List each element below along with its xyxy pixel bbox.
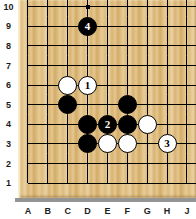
stone-black-F4[interactable] xyxy=(118,115,137,134)
column-label-A: A xyxy=(18,202,38,219)
intersection-F9[interactable] xyxy=(117,17,137,37)
intersection-J8[interactable] xyxy=(177,36,196,56)
column-label-J: J xyxy=(177,202,196,219)
intersection-C5[interactable] xyxy=(58,95,78,115)
intersection-J5[interactable] xyxy=(177,95,196,115)
intersection-D5[interactable] xyxy=(78,95,98,115)
column-label-D: D xyxy=(78,202,98,219)
intersection-C7[interactable] xyxy=(58,56,78,76)
intersection-B2[interactable] xyxy=(38,154,58,174)
intersection-E10[interactable] xyxy=(98,0,118,17)
intersection-H8[interactable] xyxy=(157,36,177,56)
intersection-F7[interactable] xyxy=(117,56,137,76)
intersection-A2[interactable] xyxy=(18,154,38,174)
intersection-D9[interactable]: 4 xyxy=(78,17,98,37)
intersection-J7[interactable] xyxy=(177,56,196,76)
intersection-F1[interactable] xyxy=(117,173,137,193)
row-label-8: 8 xyxy=(0,36,17,56)
column-label-G: G xyxy=(137,202,157,219)
row-label-3: 3 xyxy=(0,134,17,154)
intersection-F2[interactable] xyxy=(117,154,137,174)
stone-white-H3[interactable]: 3 xyxy=(158,134,177,153)
stone-black-D9[interactable]: 4 xyxy=(78,17,97,36)
intersection-G8[interactable] xyxy=(137,36,157,56)
intersection-G2[interactable] xyxy=(137,154,157,174)
row-label-1: 1 xyxy=(0,173,17,193)
intersection-J10[interactable] xyxy=(177,0,196,17)
intersection-B7[interactable] xyxy=(38,56,58,76)
intersection-F6[interactable] xyxy=(117,75,137,95)
intersection-H6[interactable] xyxy=(157,75,177,95)
row-label-10: 10 xyxy=(0,0,17,17)
intersection-D2[interactable] xyxy=(78,154,98,174)
intersection-G5[interactable] xyxy=(137,95,157,115)
intersection-E6[interactable] xyxy=(98,75,118,95)
intersection-H4[interactable] xyxy=(157,115,177,135)
stone-white-D6[interactable]: 1 xyxy=(78,76,97,95)
intersection-G6[interactable] xyxy=(137,75,157,95)
intersection-J2[interactable] xyxy=(177,154,196,174)
row-coordinate-labels: 10987654321 xyxy=(0,0,17,193)
stone-white-C6[interactable] xyxy=(58,76,77,95)
intersection-A10[interactable] xyxy=(18,0,38,17)
row-label-4: 4 xyxy=(0,115,17,135)
row-label-6: 6 xyxy=(0,75,17,95)
intersection-A8[interactable] xyxy=(18,36,38,56)
intersection-C3[interactable] xyxy=(58,134,78,154)
move-number: 4 xyxy=(85,21,91,32)
intersection-J6[interactable] xyxy=(177,75,196,95)
intersection-E4[interactable]: 2 xyxy=(98,115,118,135)
intersection-D3[interactable] xyxy=(78,134,98,154)
intersection-D4[interactable] xyxy=(78,115,98,135)
intersection-B3[interactable] xyxy=(38,134,58,154)
column-coordinate-labels: ABCDEFGHJ xyxy=(18,202,196,219)
intersection-B4[interactable] xyxy=(38,115,58,135)
intersection-G9[interactable] xyxy=(137,17,157,37)
intersection-H10[interactable] xyxy=(157,0,177,17)
intersection-B8[interactable] xyxy=(38,36,58,56)
row-label-9: 9 xyxy=(0,17,17,37)
move-number: 3 xyxy=(164,138,170,149)
intersection-A4[interactable] xyxy=(18,115,38,135)
intersection-D7[interactable] xyxy=(78,56,98,76)
stone-white-E3[interactable] xyxy=(98,134,117,153)
intersection-D8[interactable] xyxy=(78,36,98,56)
column-label-C: C xyxy=(58,202,78,219)
intersection-H9[interactable] xyxy=(157,17,177,37)
intersection-E9[interactable] xyxy=(98,17,118,37)
intersection-G4[interactable] xyxy=(137,115,157,135)
intersection-H5[interactable] xyxy=(157,95,177,115)
intersection-G10[interactable] xyxy=(137,0,157,17)
intersection-H3[interactable]: 3 xyxy=(157,134,177,154)
row-label-7: 7 xyxy=(0,56,17,76)
intersection-E8[interactable] xyxy=(98,36,118,56)
stone-black-D4[interactable] xyxy=(78,115,97,134)
intersection-D1[interactable] xyxy=(78,173,98,193)
intersection-C1[interactable] xyxy=(58,173,78,193)
move-number: 1 xyxy=(85,80,91,91)
intersection-A7[interactable] xyxy=(18,56,38,76)
intersection-H7[interactable] xyxy=(157,56,177,76)
intersection-C10[interactable] xyxy=(58,0,78,17)
intersection-C8[interactable] xyxy=(58,36,78,56)
intersection-C6[interactable] xyxy=(58,75,78,95)
intersection-D10[interactable] xyxy=(78,0,98,17)
intersection-C4[interactable] xyxy=(58,115,78,135)
intersection-A9[interactable] xyxy=(18,17,38,37)
column-label-H: H xyxy=(157,202,177,219)
intersection-G3[interactable] xyxy=(137,134,157,154)
intersection-F4[interactable] xyxy=(117,115,137,135)
intersection-A6[interactable] xyxy=(18,75,38,95)
intersection-B5[interactable] xyxy=(38,95,58,115)
intersection-E2[interactable] xyxy=(98,154,118,174)
stone-black-E4[interactable]: 2 xyxy=(98,115,117,134)
stone-white-G4[interactable] xyxy=(138,115,157,134)
intersection-H1[interactable] xyxy=(157,173,177,193)
intersection-G7[interactable] xyxy=(137,56,157,76)
intersection-F10[interactable] xyxy=(117,0,137,17)
intersection-C2[interactable] xyxy=(58,154,78,174)
intersection-J3[interactable] xyxy=(177,134,196,154)
stone-black-C5[interactable] xyxy=(58,95,77,114)
intersection-G1[interactable] xyxy=(137,173,157,193)
go-diagram: 4123 10987654321 ABCDEFGHJ xyxy=(0,0,196,219)
intersection-D6[interactable]: 1 xyxy=(78,75,98,95)
intersection-E5[interactable] xyxy=(98,95,118,115)
stone-white-F3[interactable] xyxy=(118,134,137,153)
intersection-A5[interactable] xyxy=(18,95,38,115)
intersection-F8[interactable] xyxy=(117,36,137,56)
intersection-J9[interactable] xyxy=(177,17,196,37)
intersection-B9[interactable] xyxy=(38,17,58,37)
intersection-F3[interactable] xyxy=(117,134,137,154)
row-label-2: 2 xyxy=(0,154,17,174)
intersection-H2[interactable] xyxy=(157,154,177,174)
intersection-A1[interactable] xyxy=(18,173,38,193)
move-number: 2 xyxy=(105,119,111,130)
intersection-B6[interactable] xyxy=(38,75,58,95)
stone-black-F5[interactable] xyxy=(118,95,137,114)
stone-black-D3[interactable] xyxy=(78,134,97,153)
intersection-J4[interactable] xyxy=(177,115,196,135)
column-label-E: E xyxy=(98,202,118,219)
column-label-B: B xyxy=(38,202,58,219)
intersection-E1[interactable] xyxy=(98,173,118,193)
intersection-B10[interactable] xyxy=(38,0,58,17)
intersection-E7[interactable] xyxy=(98,56,118,76)
board-grid: 4123 xyxy=(18,0,196,193)
column-label-F: F xyxy=(117,202,137,219)
row-label-5: 5 xyxy=(0,95,17,115)
intersection-E3[interactable] xyxy=(98,134,118,154)
intersection-C9[interactable] xyxy=(58,17,78,37)
intersection-J1[interactable] xyxy=(177,173,196,193)
intersection-F5[interactable] xyxy=(117,95,137,115)
intersection-A3[interactable] xyxy=(18,134,38,154)
intersection-B1[interactable] xyxy=(38,173,58,193)
